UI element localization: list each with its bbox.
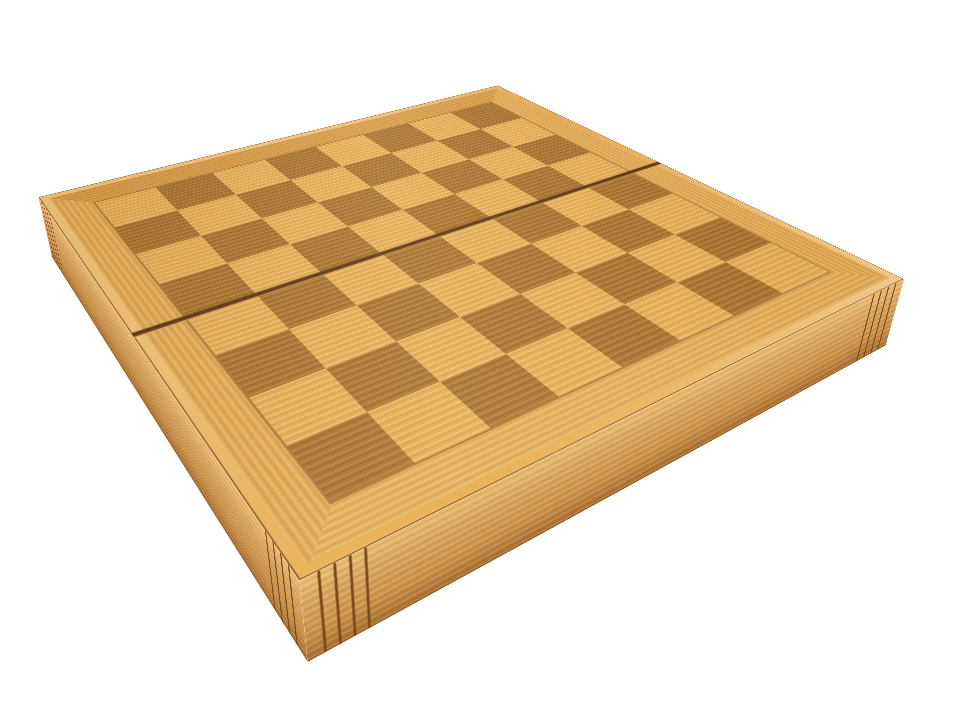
square-c2 [395, 317, 506, 382]
square-d3 [419, 263, 520, 317]
square-e3 [477, 244, 575, 294]
square-e2 [520, 273, 625, 329]
square-a2 [249, 368, 367, 446]
square-a6 [136, 236, 227, 284]
square-g2 [627, 234, 726, 282]
square-b4 [256, 273, 356, 329]
square-d1 [506, 328, 622, 396]
square-f1 [625, 283, 734, 341]
square-b2 [325, 341, 439, 412]
square-b1 [367, 382, 490, 463]
square-b5 [227, 244, 321, 294]
square-h1 [726, 243, 829, 293]
square-a3 [215, 329, 325, 397]
square-a1 [287, 413, 414, 502]
square-d4 [382, 235, 477, 283]
square-d2 [460, 294, 568, 354]
chess-board [38, 86, 904, 581]
square-e1 [568, 305, 680, 368]
square-c4 [321, 253, 419, 305]
square-b3 [289, 305, 396, 368]
square-a5 [159, 264, 256, 318]
square-g1 [677, 262, 783, 316]
square-c1 [440, 354, 559, 428]
square-a4 [186, 295, 289, 355]
square-f2 [575, 253, 677, 305]
photo-background [0, 0, 960, 720]
scene [0, 0, 960, 720]
square-c3 [356, 283, 460, 341]
